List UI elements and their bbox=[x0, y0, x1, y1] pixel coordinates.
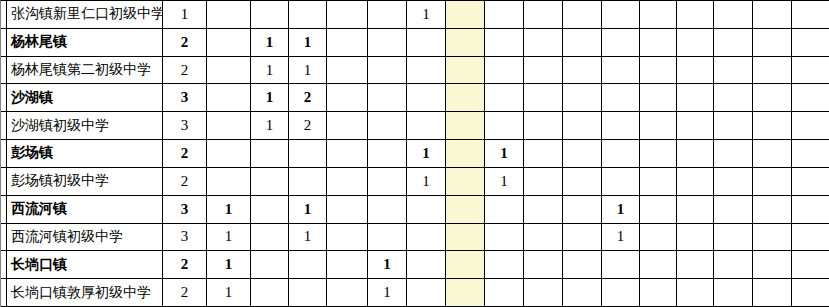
value-cell[interactable]: 1 bbox=[602, 196, 640, 224]
value-cell[interactable]: 1 bbox=[207, 224, 251, 252]
value-cell[interactable] bbox=[524, 196, 563, 224]
value-cell[interactable] bbox=[327, 29, 368, 57]
value-cell[interactable] bbox=[485, 57, 524, 85]
value-cell[interactable] bbox=[677, 29, 714, 57]
value-cell[interactable] bbox=[753, 29, 792, 57]
value-cell[interactable] bbox=[753, 57, 792, 85]
value-cell[interactable] bbox=[640, 112, 677, 140]
value-cell[interactable] bbox=[207, 1, 251, 29]
value-cell[interactable] bbox=[714, 112, 753, 140]
value-cell[interactable]: 1 bbox=[207, 196, 251, 224]
value-cell[interactable] bbox=[602, 251, 640, 279]
value-cell[interactable] bbox=[289, 168, 327, 196]
value-cell[interactable] bbox=[524, 1, 563, 29]
value-cell[interactable] bbox=[753, 224, 792, 252]
value-cell[interactable] bbox=[677, 112, 714, 140]
value-cell[interactable] bbox=[327, 168, 368, 196]
row-label-cell[interactable]: 杨林尾镇第二初级中学 bbox=[7, 57, 163, 85]
value-cell[interactable] bbox=[207, 140, 251, 168]
value-cell[interactable] bbox=[446, 251, 485, 279]
value-cell[interactable] bbox=[368, 84, 407, 112]
value-cell[interactable] bbox=[602, 57, 640, 85]
value-cell[interactable] bbox=[368, 57, 407, 85]
value-cell[interactable]: 1 bbox=[289, 196, 327, 224]
value-cell[interactable] bbox=[524, 29, 563, 57]
value-cell[interactable] bbox=[207, 112, 251, 140]
value-cell[interactable] bbox=[407, 84, 446, 112]
value-cell[interactable]: 2 bbox=[289, 112, 327, 140]
value-cell[interactable]: 1 bbox=[407, 168, 446, 196]
value-cell[interactable] bbox=[640, 29, 677, 57]
value-cell[interactable] bbox=[714, 251, 753, 279]
value-cell[interactable] bbox=[714, 57, 753, 85]
value-cell[interactable] bbox=[792, 168, 829, 196]
value-cell[interactable] bbox=[207, 168, 251, 196]
value-cell[interactable]: 2 bbox=[163, 251, 207, 279]
value-cell[interactable] bbox=[640, 251, 677, 279]
value-cell[interactable]: 1 bbox=[251, 112, 289, 140]
value-cell[interactable]: 1 bbox=[485, 140, 524, 168]
value-cell[interactable] bbox=[485, 196, 524, 224]
value-cell[interactable] bbox=[327, 251, 368, 279]
value-cell[interactable] bbox=[368, 168, 407, 196]
value-cell[interactable] bbox=[640, 279, 677, 307]
value-cell[interactable] bbox=[640, 168, 677, 196]
row-label-cell[interactable]: 张沟镇新里仁口初级中学 bbox=[7, 1, 163, 29]
value-cell[interactable] bbox=[753, 84, 792, 112]
value-cell[interactable] bbox=[677, 224, 714, 252]
value-cell[interactable] bbox=[714, 196, 753, 224]
value-cell[interactable]: 2 bbox=[163, 29, 207, 57]
value-cell[interactable] bbox=[327, 112, 368, 140]
value-cell[interactable] bbox=[207, 29, 251, 57]
value-cell[interactable] bbox=[677, 251, 714, 279]
value-cell[interactable] bbox=[485, 29, 524, 57]
value-cell[interactable] bbox=[792, 224, 829, 252]
value-cell[interactable]: 1 bbox=[251, 84, 289, 112]
value-cell[interactable] bbox=[446, 112, 485, 140]
value-cell[interactable] bbox=[524, 84, 563, 112]
value-cell[interactable] bbox=[714, 140, 753, 168]
value-cell[interactable]: 2 bbox=[163, 279, 207, 307]
value-cell[interactable] bbox=[524, 140, 563, 168]
value-cell[interactable] bbox=[446, 57, 485, 85]
value-cell[interactable] bbox=[714, 224, 753, 252]
spreadsheet-grid: 张沟镇新里仁口初级中学11杨林尾镇211杨林尾镇第二初级中学211沙湖镇312沙… bbox=[0, 0, 829, 307]
value-cell[interactable]: 1 bbox=[602, 224, 640, 252]
value-cell[interactable] bbox=[251, 140, 289, 168]
row-label-cell[interactable]: 杨林尾镇 bbox=[7, 29, 163, 57]
value-cell[interactable] bbox=[677, 140, 714, 168]
value-cell[interactable] bbox=[485, 1, 524, 29]
value-cell[interactable] bbox=[792, 112, 829, 140]
value-cell[interactable] bbox=[524, 168, 563, 196]
value-cell[interactable] bbox=[251, 168, 289, 196]
value-cell[interactable]: 1 bbox=[163, 1, 207, 29]
value-cell[interactable]: 1 bbox=[207, 251, 251, 279]
value-cell[interactable] bbox=[640, 140, 677, 168]
value-cell[interactable]: 1 bbox=[251, 57, 289, 85]
row-label-cell[interactable]: 西流河镇 bbox=[7, 196, 163, 224]
value-cell[interactable] bbox=[602, 112, 640, 140]
value-cell[interactable] bbox=[485, 84, 524, 112]
value-cell[interactable] bbox=[563, 251, 602, 279]
value-cell[interactable]: 3 bbox=[163, 84, 207, 112]
value-cell[interactable]: 1 bbox=[207, 279, 251, 307]
value-cell[interactable] bbox=[563, 224, 602, 252]
value-cell[interactable]: 1 bbox=[368, 251, 407, 279]
value-cell[interactable] bbox=[753, 140, 792, 168]
value-cell[interactable] bbox=[446, 84, 485, 112]
value-cell[interactable] bbox=[602, 29, 640, 57]
value-cell[interactable] bbox=[563, 84, 602, 112]
value-cell[interactable] bbox=[792, 251, 829, 279]
value-cell[interactable] bbox=[677, 196, 714, 224]
value-cell[interactable]: 1 bbox=[289, 29, 327, 57]
value-cell[interactable] bbox=[714, 84, 753, 112]
value-cell[interactable] bbox=[677, 279, 714, 307]
value-cell[interactable] bbox=[714, 1, 753, 29]
row-label-cell[interactable]: 彭场镇 bbox=[7, 140, 163, 168]
value-cell[interactable] bbox=[446, 1, 485, 29]
value-cell[interactable] bbox=[753, 1, 792, 29]
value-cell[interactable] bbox=[327, 1, 368, 29]
value-cell[interactable] bbox=[602, 1, 640, 29]
value-cell[interactable] bbox=[368, 224, 407, 252]
row-label-cell[interactable]: 长埫口镇 bbox=[7, 251, 163, 279]
value-cell[interactable] bbox=[524, 112, 563, 140]
value-cell[interactable] bbox=[485, 251, 524, 279]
row-label-cell[interactable]: 西流河镇初级中学 bbox=[7, 224, 163, 252]
value-cell[interactable] bbox=[677, 57, 714, 85]
value-cell[interactable] bbox=[327, 224, 368, 252]
table-body: 张沟镇新里仁口初级中学11杨林尾镇211杨林尾镇第二初级中学211沙湖镇312沙… bbox=[1, 1, 829, 307]
value-cell[interactable]: 3 bbox=[163, 196, 207, 224]
value-cell[interactable] bbox=[563, 196, 602, 224]
value-cell[interactable]: 3 bbox=[163, 112, 207, 140]
value-cell[interactable] bbox=[602, 279, 640, 307]
value-cell[interactable] bbox=[563, 29, 602, 57]
value-cell[interactable]: 2 bbox=[163, 168, 207, 196]
value-cell[interactable] bbox=[327, 57, 368, 85]
value-cell[interactable] bbox=[524, 279, 563, 307]
value-cell[interactable] bbox=[792, 84, 829, 112]
value-cell[interactable] bbox=[251, 224, 289, 252]
value-cell[interactable] bbox=[524, 57, 563, 85]
value-cell[interactable] bbox=[714, 29, 753, 57]
value-cell[interactable] bbox=[368, 1, 407, 29]
value-cell[interactable] bbox=[207, 84, 251, 112]
value-cell[interactable] bbox=[792, 140, 829, 168]
value-cell[interactable] bbox=[407, 224, 446, 252]
row-label-cell[interactable]: 长埫口镇敦厚初级中学 bbox=[7, 279, 163, 307]
row-label-cell[interactable]: 沙湖镇 bbox=[7, 84, 163, 112]
value-cell[interactable] bbox=[289, 140, 327, 168]
value-cell[interactable] bbox=[753, 168, 792, 196]
value-cell[interactable] bbox=[407, 196, 446, 224]
value-cell[interactable] bbox=[640, 84, 677, 112]
value-cell[interactable] bbox=[714, 279, 753, 307]
value-cell[interactable] bbox=[792, 57, 829, 85]
value-cell[interactable] bbox=[327, 196, 368, 224]
value-cell[interactable] bbox=[446, 224, 485, 252]
value-cell[interactable] bbox=[563, 57, 602, 85]
value-cell[interactable] bbox=[327, 279, 368, 307]
value-cell[interactable] bbox=[407, 29, 446, 57]
value-cell[interactable] bbox=[446, 279, 485, 307]
value-cell[interactable] bbox=[677, 84, 714, 112]
value-cell[interactable] bbox=[602, 84, 640, 112]
value-cell[interactable] bbox=[446, 140, 485, 168]
value-cell[interactable]: 1 bbox=[407, 140, 446, 168]
value-cell[interactable] bbox=[289, 1, 327, 29]
value-cell[interactable] bbox=[753, 279, 792, 307]
value-cell[interactable] bbox=[327, 84, 368, 112]
value-cell[interactable]: 1 bbox=[407, 1, 446, 29]
value-cell[interactable]: 1 bbox=[251, 29, 289, 57]
value-cell[interactable] bbox=[792, 29, 829, 57]
value-cell[interactable] bbox=[563, 168, 602, 196]
value-cell[interactable]: 2 bbox=[289, 84, 327, 112]
value-cell[interactable] bbox=[407, 57, 446, 85]
value-cell[interactable] bbox=[251, 196, 289, 224]
value-cell[interactable]: 1 bbox=[289, 57, 327, 85]
value-cell[interactable]: 1 bbox=[289, 224, 327, 252]
value-cell[interactable] bbox=[485, 224, 524, 252]
value-cell[interactable] bbox=[640, 196, 677, 224]
value-cell[interactable]: 3 bbox=[163, 224, 207, 252]
value-cell[interactable] bbox=[368, 29, 407, 57]
value-cell[interactable] bbox=[368, 140, 407, 168]
value-cell[interactable] bbox=[602, 168, 640, 196]
value-cell[interactable] bbox=[677, 168, 714, 196]
value-cell[interactable] bbox=[792, 196, 829, 224]
value-cell[interactable] bbox=[524, 251, 563, 279]
value-cell[interactable] bbox=[753, 196, 792, 224]
value-cell[interactable] bbox=[753, 112, 792, 140]
value-cell[interactable] bbox=[792, 1, 829, 29]
value-cell[interactable] bbox=[446, 196, 485, 224]
value-cell[interactable] bbox=[714, 168, 753, 196]
value-cell[interactable] bbox=[251, 1, 289, 29]
value-cell[interactable] bbox=[524, 224, 563, 252]
value-cell[interactable]: 1 bbox=[485, 168, 524, 196]
value-cell[interactable] bbox=[407, 112, 446, 140]
value-cell[interactable] bbox=[446, 168, 485, 196]
value-cell[interactable]: 2 bbox=[163, 140, 207, 168]
value-cell[interactable] bbox=[289, 279, 327, 307]
value-cell[interactable] bbox=[485, 279, 524, 307]
value-cell[interactable] bbox=[677, 1, 714, 29]
value-cell[interactable] bbox=[485, 112, 524, 140]
value-cell[interactable] bbox=[753, 251, 792, 279]
value-cell[interactable] bbox=[640, 1, 677, 29]
value-cell[interactable] bbox=[640, 224, 677, 252]
value-cell[interactable]: 2 bbox=[163, 57, 207, 85]
value-cell[interactable] bbox=[251, 251, 289, 279]
value-cell[interactable] bbox=[446, 29, 485, 57]
value-cell[interactable] bbox=[368, 112, 407, 140]
value-cell[interactable] bbox=[563, 140, 602, 168]
value-cell[interactable] bbox=[407, 251, 446, 279]
value-cell[interactable] bbox=[563, 112, 602, 140]
value-cell[interactable]: 1 bbox=[368, 279, 407, 307]
value-cell[interactable] bbox=[792, 279, 829, 307]
value-cell[interactable] bbox=[602, 140, 640, 168]
row-label-cell[interactable]: 彭场镇初级中学 bbox=[7, 168, 163, 196]
value-cell[interactable] bbox=[289, 251, 327, 279]
value-cell[interactable] bbox=[640, 57, 677, 85]
value-cell[interactable] bbox=[563, 1, 602, 29]
value-cell[interactable] bbox=[207, 57, 251, 85]
value-cell[interactable] bbox=[563, 279, 602, 307]
value-cell[interactable] bbox=[368, 196, 407, 224]
value-cell[interactable] bbox=[407, 279, 446, 307]
row-label-cell[interactable]: 沙湖镇初级中学 bbox=[7, 112, 163, 140]
value-cell[interactable] bbox=[327, 140, 368, 168]
value-cell[interactable] bbox=[251, 279, 289, 307]
